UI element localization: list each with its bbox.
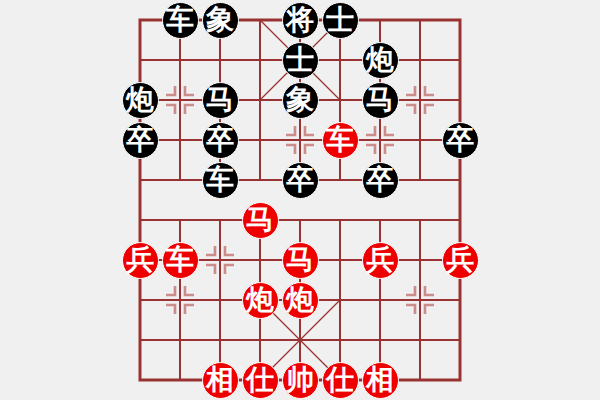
piece-red-chariot[interactable]: 车 (162, 242, 199, 279)
piece-red-elephant[interactable]: 相 (362, 362, 399, 399)
piece-red-soldier[interactable]: 兵 (442, 242, 479, 279)
piece-black-general[interactable]: 将 (282, 2, 319, 39)
piece-red-advisor[interactable]: 仕 (242, 362, 279, 399)
piece-black-cannon[interactable]: 炮 (362, 42, 399, 79)
piece-red-chariot[interactable]: 车 (322, 122, 359, 159)
piece-black-horse[interactable]: 马 (362, 82, 399, 119)
piece-red-horse[interactable]: 马 (282, 242, 319, 279)
piece-black-soldier[interactable]: 卒 (362, 162, 399, 199)
piece-red-soldier[interactable]: 兵 (122, 242, 159, 279)
piece-black-chariot[interactable]: 车 (202, 162, 239, 199)
piece-black-cannon[interactable]: 炮 (122, 82, 159, 119)
piece-black-soldier[interactable]: 卒 (202, 122, 239, 159)
piece-black-advisor[interactable]: 士 (282, 42, 319, 79)
piece-black-chariot[interactable]: 车 (162, 2, 199, 39)
piece-red-horse[interactable]: 马 (242, 202, 279, 239)
piece-red-soldier[interactable]: 兵 (362, 242, 399, 279)
piece-red-cannon[interactable]: 炮 (282, 282, 319, 319)
piece-black-soldier[interactable]: 卒 (282, 162, 319, 199)
xiangqi-app: 车象将士士炮炮马象马卒卒车卒车卒卒马兵车马兵兵炮炮相仕帅仕相 (0, 0, 600, 400)
piece-black-advisor[interactable]: 士 (322, 2, 359, 39)
piece-red-cannon[interactable]: 炮 (242, 282, 279, 319)
piece-black-soldier[interactable]: 卒 (122, 122, 159, 159)
piece-red-general[interactable]: 帅 (282, 362, 319, 399)
piece-black-horse[interactable]: 马 (202, 82, 239, 119)
piece-red-elephant[interactable]: 相 (202, 362, 239, 399)
xiangqi-board[interactable]: 车象将士士炮炮马象马卒卒车卒车卒卒马兵车马兵兵炮炮相仕帅仕相 (120, 0, 480, 400)
piece-red-advisor[interactable]: 仕 (322, 362, 359, 399)
piece-black-elephant[interactable]: 象 (202, 2, 239, 39)
piece-black-elephant[interactable]: 象 (282, 82, 319, 119)
piece-black-soldier[interactable]: 卒 (442, 122, 479, 159)
